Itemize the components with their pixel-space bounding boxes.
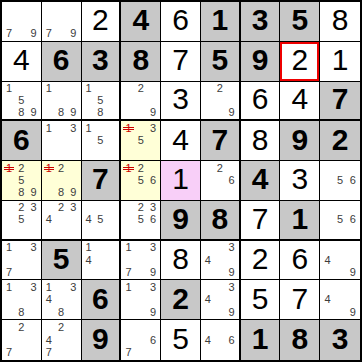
eliminated-candidate: 1	[43, 162, 55, 174]
candidate-grid: 46	[202, 321, 238, 359]
solved-digit: 7	[291, 284, 308, 314]
candidate: 2	[55, 162, 67, 174]
given-digit: 4	[132, 5, 149, 35]
candidate: 9	[28, 187, 40, 199]
cell-r3c8[interactable]: 4	[280, 82, 320, 122]
given-digit: 5	[53, 244, 70, 274]
candidate-grid: 137	[3, 242, 40, 279]
candidate-grid: 247	[43, 321, 80, 359]
cell-r2c6[interactable]: 5	[201, 42, 241, 82]
candidate-grid: 1256	[122, 162, 159, 199]
candidate-grid: 1379	[122, 242, 159, 279]
given-digit: 1	[211, 5, 228, 35]
cell-r3c7[interactable]: 6	[241, 82, 281, 122]
cell-r7c3[interactable]: 14	[82, 241, 122, 281]
candidate: 3	[67, 122, 79, 134]
cell-r3c4[interactable]: 29	[121, 82, 161, 122]
solved-digit: 6	[252, 84, 269, 114]
candidate: 4	[83, 254, 95, 266]
cell-r3c1[interactable]: 1589	[2, 82, 42, 122]
candidate: 9	[67, 106, 79, 118]
cell-r9c4[interactable]: 67	[121, 320, 161, 360]
cell-r5c6[interactable]: 26	[201, 161, 241, 201]
candidate-grid: 27	[3, 321, 40, 359]
solved-digit: 8	[252, 125, 269, 155]
candidate: 9	[28, 106, 40, 118]
candidate: 1	[43, 83, 55, 95]
cell-r4c1[interactable]: 6	[2, 121, 42, 161]
cell-r9c2[interactable]: 247	[42, 320, 82, 360]
solved-digit: 8	[172, 244, 189, 274]
solved-digit: 4	[13, 45, 30, 75]
candidate: 9	[67, 28, 79, 40]
cell-r1c2[interactable]: 79	[42, 2, 82, 42]
solved-digit: 3	[172, 84, 189, 114]
given-digit: 4	[252, 164, 269, 194]
candidate-grid: 29	[202, 83, 238, 119]
cell-r5c9[interactable]: 56	[320, 161, 360, 201]
given-digit: 3	[252, 5, 269, 35]
candidate-grid: 2356	[122, 202, 159, 238]
candidate: 5	[135, 214, 147, 226]
cell-r6c9[interactable]: 56	[320, 201, 360, 241]
cell-r6c3[interactable]: 45	[82, 201, 122, 241]
given-digit: 2	[332, 125, 349, 155]
candidate: 9	[346, 306, 359, 318]
candidate-grid: 56	[321, 162, 359, 199]
cell-r4c5[interactable]: 4	[161, 121, 201, 161]
solved-digit: 7	[172, 45, 189, 75]
candidate-grid: 349	[202, 242, 238, 279]
candidate: 4	[43, 214, 55, 226]
candidate-grid: 26	[202, 162, 238, 199]
given-digit: 1	[291, 204, 308, 234]
cell-r2c8-selected[interactable]: 2	[280, 42, 320, 82]
cell-r7c8[interactable]: 6	[280, 241, 320, 281]
solved-digit: 5	[172, 324, 189, 354]
cell-r9c6[interactable]: 46	[201, 320, 241, 360]
cell-r3c9[interactable]: 7	[320, 82, 360, 122]
candidate: 3	[147, 122, 159, 134]
candidate: 4	[43, 334, 55, 347]
candidate: 4	[321, 294, 334, 306]
candidate: 1	[43, 122, 55, 134]
given-digit: 2	[172, 284, 189, 314]
candidate: 1	[43, 281, 55, 293]
candidate: 1	[122, 242, 134, 254]
cell-r1c1[interactable]: 79	[2, 2, 42, 42]
candidate-grid: 1289	[43, 162, 80, 199]
cell-r5c4[interactable]: 1256	[121, 161, 161, 201]
given-digit: 9	[252, 45, 269, 75]
cell-r4c9[interactable]: 2	[320, 121, 360, 161]
cell-r5c7[interactable]: 4	[241, 161, 281, 201]
cell-r1c7[interactable]: 3	[241, 2, 281, 42]
candidate: 2	[55, 202, 67, 214]
candidate: 6	[147, 214, 159, 226]
candidate: 6	[226, 174, 238, 186]
cell-r3c2[interactable]: 189	[42, 82, 82, 122]
cell-r6c2[interactable]: 234	[42, 201, 82, 241]
cell-r9c8[interactable]: 8	[280, 320, 320, 360]
candidate: 8	[15, 306, 27, 318]
given-digit: 5	[291, 5, 308, 35]
cell-r2c3[interactable]: 3	[82, 42, 122, 82]
candidate: 2	[135, 162, 147, 174]
candidate: 6	[346, 174, 359, 186]
candidate: 3	[67, 202, 79, 214]
cell-r4c7[interactable]: 8	[241, 121, 281, 161]
solved-digit: 8	[332, 5, 349, 35]
solved-digit: 2	[92, 5, 109, 35]
cell-r1c3[interactable]: 2	[82, 2, 122, 42]
candidate: 1	[3, 83, 15, 95]
candidate-grid: 235	[3, 202, 40, 238]
given-digit: 3	[332, 324, 349, 354]
candidate: 5	[15, 174, 27, 186]
candidate: 5	[334, 214, 347, 226]
candidate: 2	[135, 83, 147, 95]
solved-digit: 7	[252, 204, 269, 234]
cell-r9c7[interactable]: 1	[241, 320, 281, 360]
sudoku-board: 7979246135846387592115891891582932964761…	[0, 0, 362, 362]
candidate: 3	[147, 281, 159, 293]
candidate: 4	[202, 294, 214, 306]
candidate: 2	[15, 202, 27, 214]
cell-r8c6[interactable]: 349	[201, 280, 241, 320]
cell-r8c3[interactable]: 6	[82, 280, 122, 320]
candidate: 8	[55, 187, 67, 199]
given-digit: 1	[252, 324, 269, 354]
given-digit: 9	[291, 125, 308, 155]
solved-digit: 4	[291, 84, 308, 114]
candidate-grid: 189	[43, 83, 80, 119]
candidate-grid: 13	[43, 122, 80, 159]
cell-r5c1[interactable]: 12589	[2, 161, 42, 201]
candidate: 9	[226, 106, 238, 118]
candidate: 9	[147, 306, 159, 318]
given-digit: 8	[132, 45, 149, 75]
candidate-grid: 1589	[3, 83, 40, 119]
candidate: 8	[15, 106, 27, 118]
candidate-grid: 49	[321, 242, 359, 279]
candidate-grid: 138	[3, 281, 40, 318]
given-digit: 7	[92, 164, 109, 194]
cell-r7c5[interactable]: 8	[161, 241, 201, 281]
given-digit: 6	[92, 284, 109, 314]
candidate: 1	[83, 122, 95, 134]
candidate: 3	[28, 281, 40, 293]
candidate: 1	[122, 281, 134, 293]
cell-r1c9[interactable]: 8	[320, 2, 360, 42]
eliminated-candidate: 1	[122, 162, 134, 174]
cell-r8c2[interactable]: 1348	[42, 280, 82, 320]
cell-r4c4[interactable]: 135	[121, 121, 161, 161]
solved-digit: 2	[291, 45, 308, 75]
candidate: 2	[15, 162, 27, 174]
candidate-grid: 234	[43, 202, 80, 238]
candidate-grid: 45	[83, 202, 119, 238]
given-digit: 9	[172, 204, 189, 234]
solved-digit: 6	[172, 5, 189, 35]
candidate: 8	[94, 106, 106, 118]
cell-r8c5[interactable]: 2	[161, 280, 201, 320]
cell-r7c7[interactable]: 2	[241, 241, 281, 281]
cell-r5c5[interactable]: 1	[161, 161, 201, 201]
given-digit: 6	[13, 125, 30, 155]
solved-digit: 2	[252, 244, 269, 274]
candidate: 1	[83, 83, 95, 95]
given-digit: 3	[92, 45, 109, 75]
candidate: 7	[122, 266, 134, 278]
cell-r5c3[interactable]: 7	[82, 161, 122, 201]
candidate-grid: 29	[122, 83, 159, 119]
cell-r2c7[interactable]: 9	[241, 42, 281, 82]
candidate: 7	[3, 28, 15, 40]
solved-digit: 5	[252, 284, 269, 314]
given-digit: 8	[211, 204, 228, 234]
given-digit: 8	[291, 324, 308, 354]
candidate: 3	[147, 202, 159, 214]
candidate: 7	[3, 266, 15, 278]
cell-r9c3[interactable]: 9	[82, 320, 122, 360]
candidate-grid: 79	[3, 3, 40, 40]
candidate: 5	[334, 174, 347, 186]
cell-r9c9[interactable]: 3	[320, 320, 360, 360]
candidate: 9	[346, 266, 359, 278]
cell-r8c4[interactable]: 139	[121, 280, 161, 320]
solved-digit: 1	[172, 164, 189, 194]
cell-r1c5[interactable]: 6	[161, 2, 201, 42]
cell-r6c1[interactable]: 235	[2, 201, 42, 241]
solved-digit: 4	[172, 125, 189, 155]
candidate: 7	[43, 28, 55, 40]
candidate: 6	[147, 334, 159, 347]
candidate: 7	[122, 346, 134, 359]
candidate-grid: 12589	[3, 162, 40, 199]
candidate: 4	[202, 334, 214, 347]
given-digit: 9	[92, 324, 109, 354]
candidate: 2	[214, 162, 226, 174]
candidate: 5	[94, 214, 106, 226]
candidate-grid: 14	[83, 242, 119, 279]
candidate: 1	[3, 242, 15, 254]
candidate: 9	[226, 306, 238, 318]
candidate-grid: 349	[202, 281, 238, 318]
candidate: 3	[147, 242, 159, 254]
cell-r8c1[interactable]: 138	[2, 280, 42, 320]
candidate: 8	[15, 187, 27, 199]
candidate-grid: 56	[321, 202, 359, 238]
candidate: 9	[147, 106, 159, 118]
cell-r4c6[interactable]: 7	[201, 121, 241, 161]
candidate-grid: 139	[122, 281, 159, 318]
candidate: 8	[55, 306, 67, 318]
cell-r2c9[interactable]: 1	[320, 42, 360, 82]
given-digit: 5	[211, 45, 228, 75]
eliminated-candidate: 1	[122, 122, 134, 134]
candidate-grid: 158	[83, 83, 119, 119]
candidate: 2	[15, 321, 27, 334]
cell-r4c2[interactable]: 13	[42, 121, 82, 161]
cell-r3c5[interactable]: 3	[161, 82, 201, 122]
cell-r2c5[interactable]: 7	[161, 42, 201, 82]
candidate-grid: 49	[321, 281, 359, 318]
eliminated-candidate: 1	[3, 162, 15, 174]
given-digit: 7	[211, 125, 228, 155]
candidate: 3	[226, 281, 238, 293]
cell-r8c7[interactable]: 5	[241, 280, 281, 320]
candidate: 5	[15, 214, 27, 226]
cell-r8c8[interactable]: 7	[280, 280, 320, 320]
candidate: 3	[226, 242, 238, 254]
cell-r4c3[interactable]: 15	[82, 121, 122, 161]
candidate: 6	[346, 214, 359, 226]
given-digit: 6	[53, 45, 70, 75]
cell-r1c8[interactable]: 5	[280, 2, 320, 42]
cell-r9c5[interactable]: 5	[161, 320, 201, 360]
candidate-grid: 135	[122, 122, 159, 159]
solved-digit: 3	[291, 164, 308, 194]
candidate-grid: 1348	[43, 281, 80, 318]
cell-r3c3[interactable]: 158	[82, 82, 122, 122]
cell-r3c6[interactable]: 29	[201, 82, 241, 122]
candidate-grid: 79	[43, 3, 80, 40]
cell-r6c5[interactable]: 9	[161, 201, 201, 241]
cell-r5c8[interactable]: 3	[280, 161, 320, 201]
given-digit: 7	[332, 84, 349, 114]
cell-r6c6[interactable]: 8	[201, 201, 241, 241]
candidate: 5	[135, 135, 147, 147]
cell-r6c7[interactable]: 7	[241, 201, 281, 241]
cell-r1c4[interactable]: 4	[121, 2, 161, 42]
candidate: 5	[94, 94, 106, 106]
candidate: 3	[28, 242, 40, 254]
candidate: 6	[147, 174, 159, 186]
cell-r2c1[interactable]: 4	[2, 42, 42, 82]
cell-r7c2[interactable]: 5	[42, 241, 82, 281]
cell-r1c6[interactable]: 1	[201, 2, 241, 42]
candidate: 1	[3, 281, 15, 293]
candidate: 7	[43, 346, 55, 359]
candidate: 4	[202, 254, 214, 266]
cell-r6c8[interactable]: 1	[280, 201, 320, 241]
candidate: 4	[83, 214, 95, 226]
candidate-grid: 67	[122, 321, 159, 359]
cell-r8c9[interactable]: 49	[320, 280, 360, 320]
cell-r7c9[interactable]: 49	[320, 241, 360, 281]
candidate: 2	[214, 83, 226, 95]
solved-digit: 6	[291, 244, 308, 274]
candidate: 3	[28, 202, 40, 214]
cell-r2c2[interactable]: 6	[42, 42, 82, 82]
candidate: 5	[15, 94, 27, 106]
cell-r5c2[interactable]: 1289	[42, 161, 82, 201]
solved-digit: 1	[332, 45, 349, 75]
candidate: 2	[135, 202, 147, 214]
candidate: 4	[321, 254, 334, 266]
candidate: 9	[147, 266, 159, 278]
candidate: 3	[67, 281, 79, 293]
cell-r9c1[interactable]: 27	[2, 320, 42, 360]
candidate: 8	[55, 106, 67, 118]
candidate: 1	[83, 242, 95, 254]
candidate: 9	[226, 266, 238, 278]
candidate: 2	[55, 321, 67, 334]
candidate: 9	[67, 187, 79, 199]
cell-r7c6[interactable]: 349	[201, 241, 241, 281]
cell-r7c1[interactable]: 137	[2, 241, 42, 281]
candidate: 4	[43, 294, 55, 306]
candidate: 6	[226, 334, 238, 347]
cell-r2c4[interactable]: 8	[121, 42, 161, 82]
cell-r4c8[interactable]: 9	[280, 121, 320, 161]
candidate: 5	[94, 135, 106, 147]
cell-r7c4[interactable]: 1379	[121, 241, 161, 281]
cell-r6c4[interactable]: 2356	[121, 201, 161, 241]
candidate: 7	[3, 346, 15, 359]
candidate: 9	[28, 28, 40, 40]
candidate: 5	[135, 174, 147, 186]
candidate-grid: 15	[83, 122, 119, 159]
